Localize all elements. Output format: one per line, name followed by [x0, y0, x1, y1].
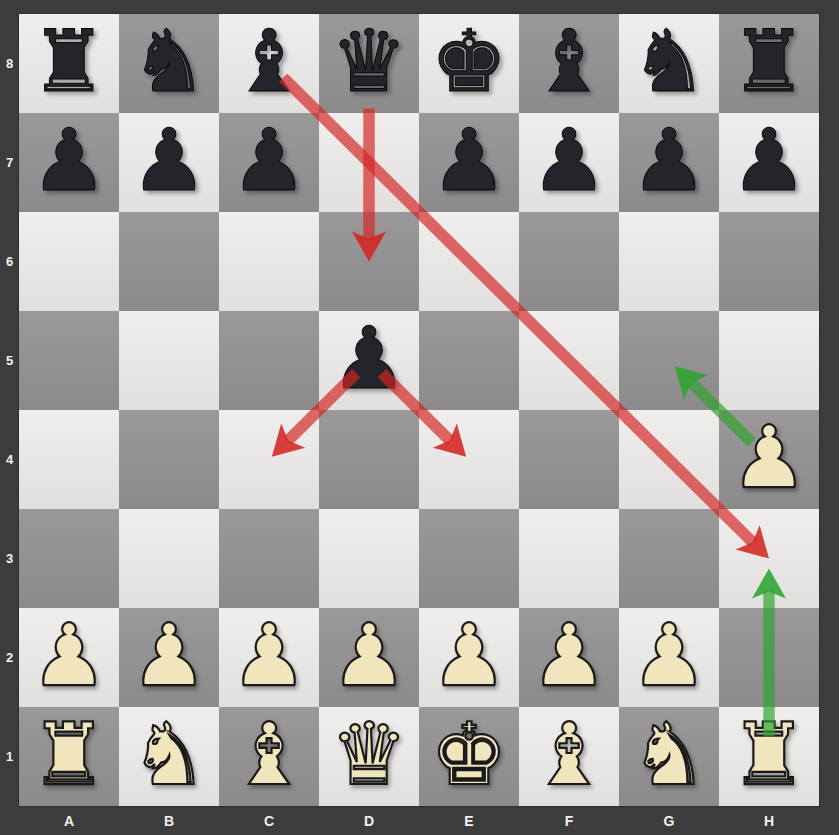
- square-e8[interactable]: ♚: [419, 14, 519, 113]
- square-d5[interactable]: ♟: [319, 311, 419, 410]
- square-c4[interactable]: [219, 410, 319, 509]
- square-c6[interactable]: [219, 212, 319, 311]
- square-d4[interactable]: [319, 410, 419, 509]
- square-c1[interactable]: ♝: [219, 707, 319, 806]
- black-pawn-e7: ♟: [430, 117, 507, 203]
- square-d2[interactable]: ♟: [319, 608, 419, 707]
- black-knight-b8: ♞: [130, 18, 207, 104]
- square-h5[interactable]: [719, 311, 819, 410]
- white-king-e1: ♚: [430, 711, 507, 797]
- square-g7[interactable]: ♟: [619, 113, 719, 212]
- square-f6[interactable]: [519, 212, 619, 311]
- file-label-h: H: [719, 806, 819, 835]
- white-pawn-h4: ♟: [730, 414, 807, 500]
- square-g8[interactable]: ♞: [619, 14, 719, 113]
- black-king-e8: ♚: [430, 18, 507, 104]
- file-label-c: C: [219, 806, 319, 835]
- file-label-e: E: [419, 806, 519, 835]
- black-pawn-a7: ♟: [30, 117, 107, 203]
- square-a5[interactable]: [19, 311, 119, 410]
- black-pawn-c7: ♟: [230, 117, 307, 203]
- square-f8[interactable]: ♝: [519, 14, 619, 113]
- chess-board: ♜♞♝♛♚♝♞♜♟♟♟♟♟♟♟♟♟♟♟♟♟♟♟♟♜♞♝♛♚♝♞♜: [19, 14, 819, 806]
- chess-board-diagram: 87654321 ♜♞♝♛♚♝♞♜♟♟♟♟♟♟♟♟♟♟♟♟♟♟♟♟♜♞♝♛♚♝♞…: [0, 0, 839, 835]
- rank-label-8: 8: [0, 14, 19, 113]
- square-h7[interactable]: ♟: [719, 113, 819, 212]
- rank-labels: 87654321: [0, 14, 19, 806]
- square-c7[interactable]: ♟: [219, 113, 319, 212]
- square-d7[interactable]: [319, 113, 419, 212]
- square-g3[interactable]: [619, 509, 719, 608]
- black-pawn-g7: ♟: [630, 117, 707, 203]
- square-e7[interactable]: ♟: [419, 113, 519, 212]
- white-pawn-b2: ♟: [130, 612, 207, 698]
- square-a1[interactable]: ♜: [19, 707, 119, 806]
- white-knight-g1: ♞: [630, 711, 707, 797]
- black-pawn-h7: ♟: [730, 117, 807, 203]
- square-f5[interactable]: [519, 311, 619, 410]
- square-h4[interactable]: ♟: [719, 410, 819, 509]
- white-pawn-g2: ♟: [630, 612, 707, 698]
- black-queen-d8: ♛: [330, 18, 407, 104]
- rank-label-4: 4: [0, 410, 19, 509]
- square-g1[interactable]: ♞: [619, 707, 719, 806]
- square-e4[interactable]: [419, 410, 519, 509]
- square-d8[interactable]: ♛: [319, 14, 419, 113]
- square-d6[interactable]: [319, 212, 419, 311]
- square-b2[interactable]: ♟: [119, 608, 219, 707]
- file-label-g: G: [619, 806, 719, 835]
- square-f2[interactable]: ♟: [519, 608, 619, 707]
- rank-label-6: 6: [0, 212, 19, 311]
- square-c8[interactable]: ♝: [219, 14, 319, 113]
- square-h8[interactable]: ♜: [719, 14, 819, 113]
- black-bishop-c8: ♝: [230, 18, 307, 104]
- square-g6[interactable]: [619, 212, 719, 311]
- white-rook-a1: ♜: [30, 711, 107, 797]
- black-pawn-d5: ♟: [330, 315, 407, 401]
- square-b7[interactable]: ♟: [119, 113, 219, 212]
- square-h6[interactable]: [719, 212, 819, 311]
- square-e2[interactable]: ♟: [419, 608, 519, 707]
- square-a7[interactable]: ♟: [19, 113, 119, 212]
- rank-label-5: 5: [0, 311, 19, 410]
- square-e1[interactable]: ♚: [419, 707, 519, 806]
- square-a4[interactable]: [19, 410, 119, 509]
- square-e6[interactable]: [419, 212, 519, 311]
- square-a3[interactable]: [19, 509, 119, 608]
- square-b4[interactable]: [119, 410, 219, 509]
- white-pawn-a2: ♟: [30, 612, 107, 698]
- white-pawn-d2: ♟: [330, 612, 407, 698]
- square-f7[interactable]: ♟: [519, 113, 619, 212]
- white-bishop-c1: ♝: [230, 711, 307, 797]
- square-g2[interactable]: ♟: [619, 608, 719, 707]
- square-c3[interactable]: [219, 509, 319, 608]
- square-f1[interactable]: ♝: [519, 707, 619, 806]
- square-a2[interactable]: ♟: [19, 608, 119, 707]
- square-b5[interactable]: [119, 311, 219, 410]
- white-bishop-f1: ♝: [530, 711, 607, 797]
- white-pawn-e2: ♟: [430, 612, 507, 698]
- white-pawn-f2: ♟: [530, 612, 607, 698]
- black-bishop-f8: ♝: [530, 18, 607, 104]
- square-f3[interactable]: [519, 509, 619, 608]
- square-h2[interactable]: [719, 608, 819, 707]
- rank-label-7: 7: [0, 113, 19, 212]
- square-g5[interactable]: [619, 311, 719, 410]
- file-label-f: F: [519, 806, 619, 835]
- square-d3[interactable]: [319, 509, 419, 608]
- black-rook-a8: ♜: [30, 18, 107, 104]
- square-h3[interactable]: [719, 509, 819, 608]
- file-label-d: D: [319, 806, 419, 835]
- rank-label-2: 2: [0, 608, 19, 707]
- square-b6[interactable]: [119, 212, 219, 311]
- square-e3[interactable]: [419, 509, 519, 608]
- white-knight-b1: ♞: [130, 711, 207, 797]
- square-e5[interactable]: [419, 311, 519, 410]
- white-pawn-c2: ♟: [230, 612, 307, 698]
- square-c2[interactable]: ♟: [219, 608, 319, 707]
- square-g4[interactable]: [619, 410, 719, 509]
- file-label-b: B: [119, 806, 219, 835]
- square-b8[interactable]: ♞: [119, 14, 219, 113]
- square-a8[interactable]: ♜: [19, 14, 119, 113]
- rank-label-1: 1: [0, 707, 19, 806]
- white-rook-h1: ♜: [730, 711, 807, 797]
- white-queen-d1: ♛: [330, 711, 407, 797]
- square-d1[interactable]: ♛: [319, 707, 419, 806]
- black-pawn-b7: ♟: [130, 117, 207, 203]
- file-labels: ABCDEFGH: [19, 806, 819, 835]
- square-f4[interactable]: [519, 410, 619, 509]
- black-pawn-f7: ♟: [530, 117, 607, 203]
- square-a6[interactable]: [19, 212, 119, 311]
- black-rook-h8: ♜: [730, 18, 807, 104]
- square-b1[interactable]: ♞: [119, 707, 219, 806]
- file-label-a: A: [19, 806, 119, 835]
- square-b3[interactable]: [119, 509, 219, 608]
- rank-label-3: 3: [0, 509, 19, 608]
- black-knight-g8: ♞: [630, 18, 707, 104]
- square-h1[interactable]: ♜: [719, 707, 819, 806]
- square-c5[interactable]: [219, 311, 319, 410]
